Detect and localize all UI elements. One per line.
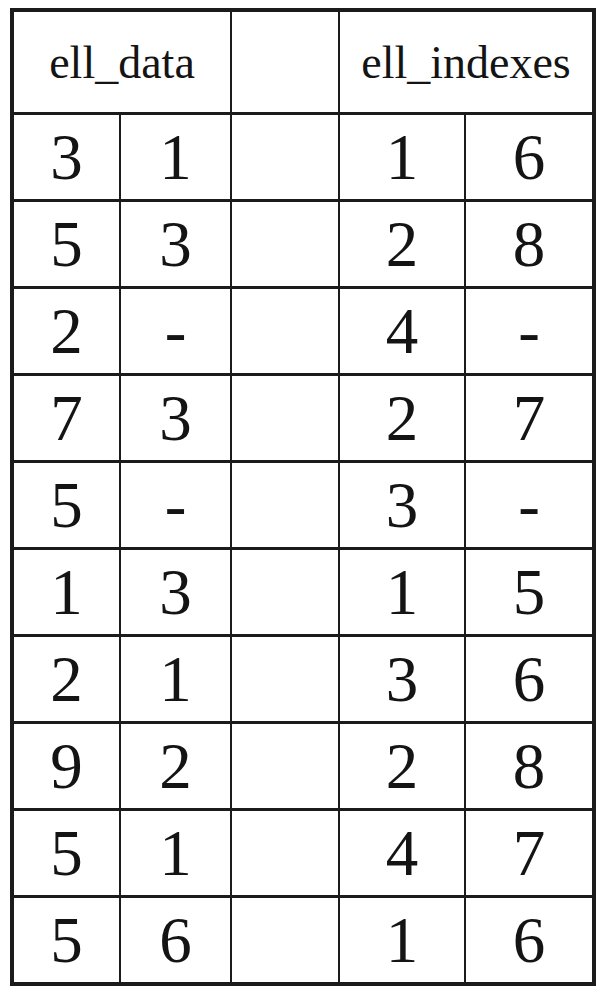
ell-data-cell: 9 [12,723,120,810]
ell-indexes-cell: 4 [339,288,465,375]
table-row: 2136 [12,636,594,723]
ell-data-title: ell_data [12,10,231,114]
gap-cell [231,201,339,288]
gap-cell [231,810,339,897]
ell-data-cell: 1 [12,549,120,636]
ell-indexes-title: ell_indexes [339,10,594,114]
ell-data-cell: 2 [12,288,120,375]
ell-data-cell: 1 [120,636,231,723]
ell-indexes-cell: 1 [339,897,465,985]
ell-indexes-cell: - [465,462,594,549]
ell-storage-figure: ell_data ell_indexes 311653282-4-73275-3… [10,8,596,986]
ell-data-cell: 1 [120,810,231,897]
ell-indexes-cell: 2 [339,201,465,288]
ell-data-cell: - [120,288,231,375]
gap-cell [231,462,339,549]
ell-data-cell: 3 [120,549,231,636]
ell-indexes-cell: 1 [339,549,465,636]
gap-cell [231,723,339,810]
ell-data-cell: 5 [12,897,120,985]
figure-canvas: ell_data ell_indexes 311653282-4-73275-3… [0,0,605,1000]
ell-indexes-cell: 6 [465,114,594,201]
ell-data-cell: 6 [120,897,231,985]
ell-indexes-cell: 3 [339,462,465,549]
table-row: 1315 [12,549,594,636]
gap-cell [231,114,339,201]
ell-indexes-cell: 4 [339,810,465,897]
ell-indexes-cell: 3 [339,636,465,723]
ell-data-cell: 5 [12,201,120,288]
ell-data-cell: 1 [120,114,231,201]
ell-indexes-cell: - [465,288,594,375]
ell-indexes-cell: 1 [339,114,465,201]
ell-indexes-cell: 6 [465,636,594,723]
ell-data-cell: 3 [120,375,231,462]
ell-indexes-cell: 8 [465,201,594,288]
table-row: 7327 [12,375,594,462]
ell-data-cell: - [120,462,231,549]
ell-data-cell: 3 [120,201,231,288]
table-row: 5-3- [12,462,594,549]
ell-data-cell: 3 [12,114,120,201]
gap-cell [231,897,339,985]
gap-cell [231,549,339,636]
ell-indexes-cell: 7 [465,375,594,462]
ell-data-cell: 2 [120,723,231,810]
gap-cell [231,636,339,723]
ell-data-cell: 5 [12,810,120,897]
table-row: 5616 [12,897,594,985]
gap-cell [231,288,339,375]
gap-header-cell [231,10,339,114]
ell-data-cell: 5 [12,462,120,549]
ell-data-cell: 2 [12,636,120,723]
table-row: 5328 [12,201,594,288]
ell-indexes-cell: 8 [465,723,594,810]
table-row: 3116 [12,114,594,201]
ell-data-cell: 7 [12,375,120,462]
gap-cell [231,375,339,462]
table-row: 9228 [12,723,594,810]
ell-indexes-cell: 5 [465,549,594,636]
table-row: 2-4- [12,288,594,375]
ell-indexes-cell: 2 [339,723,465,810]
table-row: 5147 [12,810,594,897]
header-row: ell_data ell_indexes [12,10,594,114]
ell-indexes-cell: 2 [339,375,465,462]
ell-indexes-cell: 7 [465,810,594,897]
ell-indexes-cell: 6 [465,897,594,985]
